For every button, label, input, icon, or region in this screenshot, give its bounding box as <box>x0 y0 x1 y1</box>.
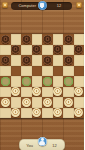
square-r8c5 <box>42 108 53 119</box>
square-r5c3[interactable] <box>21 76 32 87</box>
white-piece[interactable] <box>74 87 83 96</box>
square-r1c5[interactable] <box>42 34 53 45</box>
square-r1c1[interactable] <box>0 34 11 45</box>
square-r6c5 <box>42 87 53 98</box>
white-piece[interactable] <box>53 87 62 96</box>
square-r4c8[interactable] <box>74 66 85 77</box>
square-r2c2[interactable] <box>11 45 22 56</box>
white-piece[interactable] <box>53 108 62 117</box>
square-r6c3 <box>21 87 32 98</box>
square-r2c1 <box>0 45 11 56</box>
black-piece[interactable] <box>64 35 73 44</box>
square-r4c7 <box>63 66 74 77</box>
black-piece[interactable] <box>1 56 10 65</box>
move-hint[interactable] <box>64 77 73 86</box>
square-r6c4[interactable] <box>32 87 43 98</box>
square-r6c1 <box>0 87 11 98</box>
square-r8c8[interactable] <box>74 108 85 119</box>
square-r4c4[interactable] <box>32 66 43 77</box>
white-piece[interactable] <box>11 87 20 96</box>
black-piece[interactable] <box>53 45 62 54</box>
square-r4c5 <box>42 66 53 77</box>
white-piece[interactable] <box>22 98 31 107</box>
square-r1c3[interactable] <box>21 34 32 45</box>
black-piece[interactable] <box>74 45 83 54</box>
square-r7c1[interactable] <box>0 97 11 108</box>
square-r7c8 <box>74 97 85 108</box>
game-screen: Computer 12 You 12 <box>0 0 84 150</box>
move-hint[interactable] <box>22 77 31 86</box>
square-r4c3 <box>21 66 32 77</box>
white-piece[interactable] <box>32 87 41 96</box>
settings-icon <box>78 4 80 6</box>
square-r1c7[interactable] <box>63 34 74 45</box>
square-r7c6 <box>53 97 64 108</box>
square-r3c4 <box>32 55 43 66</box>
move-hint[interactable] <box>1 77 10 86</box>
square-r8c4[interactable] <box>32 108 43 119</box>
square-r3c3[interactable] <box>21 55 32 66</box>
square-r2c6[interactable] <box>53 45 64 56</box>
black-piece[interactable] <box>64 56 73 65</box>
white-piece[interactable] <box>64 98 73 107</box>
player-piece-count: 12 <box>47 143 62 148</box>
square-r5c4 <box>32 76 43 87</box>
black-piece[interactable] <box>11 45 20 54</box>
square-r4c1 <box>0 66 11 77</box>
player-avatar-icon <box>38 137 48 147</box>
person-torso-icon <box>39 141 45 144</box>
black-piece[interactable] <box>1 35 10 44</box>
square-r8c6[interactable] <box>53 108 64 119</box>
square-r1c8 <box>74 34 85 45</box>
square-r7c2 <box>11 97 22 108</box>
square-r8c1 <box>0 108 11 119</box>
black-piece[interactable] <box>32 45 41 54</box>
square-r6c6[interactable] <box>53 87 64 98</box>
square-r8c3 <box>21 108 32 119</box>
square-r5c7[interactable] <box>63 76 74 87</box>
opponent-name-label: Computer <box>11 3 36 8</box>
opponent-piece-count: 12 <box>50 3 68 8</box>
square-r3c8 <box>74 55 85 66</box>
square-r7c3[interactable] <box>21 97 32 108</box>
white-piece[interactable] <box>11 108 20 117</box>
menu-icon <box>4 4 6 6</box>
square-r3c5[interactable] <box>42 55 53 66</box>
square-r2c8[interactable] <box>74 45 85 56</box>
square-r2c3 <box>21 45 32 56</box>
white-piece[interactable] <box>74 108 83 117</box>
square-r4c6[interactable] <box>53 66 64 77</box>
square-r6c2[interactable] <box>11 87 22 98</box>
computer-avatar-icon <box>38 1 47 10</box>
square-r3c1[interactable] <box>0 55 11 66</box>
square-r7c4 <box>32 97 43 108</box>
black-piece[interactable] <box>22 35 31 44</box>
white-piece[interactable] <box>32 108 41 117</box>
square-r5c1[interactable] <box>0 76 11 87</box>
black-piece[interactable] <box>43 35 52 44</box>
square-r1c6 <box>53 34 64 45</box>
square-r2c4[interactable] <box>32 45 43 56</box>
square-r7c7[interactable] <box>63 97 74 108</box>
settings-button[interactable] <box>76 2 82 8</box>
black-piece[interactable] <box>43 56 52 65</box>
square-r4c2[interactable] <box>11 66 22 77</box>
square-r6c7 <box>63 87 74 98</box>
player-name-label: You <box>21 143 38 148</box>
square-r5c2 <box>11 76 22 87</box>
square-r5c5[interactable] <box>42 76 53 87</box>
move-hint[interactable] <box>43 77 52 86</box>
white-piece[interactable] <box>43 98 52 107</box>
square-r2c5 <box>42 45 53 56</box>
square-r8c2[interactable] <box>11 108 22 119</box>
square-r3c6 <box>53 55 64 66</box>
square-r1c2 <box>11 34 22 45</box>
square-r7c5[interactable] <box>42 97 53 108</box>
black-piece[interactable] <box>22 56 31 65</box>
monitor-stand-icon <box>41 7 43 8</box>
square-r3c7[interactable] <box>63 55 74 66</box>
menu-button[interactable] <box>2 2 8 8</box>
square-r1c4 <box>32 34 43 45</box>
square-r2c7 <box>63 45 74 56</box>
square-r5c8 <box>74 76 85 87</box>
square-r8c7 <box>63 108 74 119</box>
white-piece[interactable] <box>1 98 10 107</box>
board <box>0 34 84 118</box>
square-r6c8[interactable] <box>74 87 85 98</box>
square-r3c2 <box>11 55 22 66</box>
square-r5c6 <box>53 76 64 87</box>
